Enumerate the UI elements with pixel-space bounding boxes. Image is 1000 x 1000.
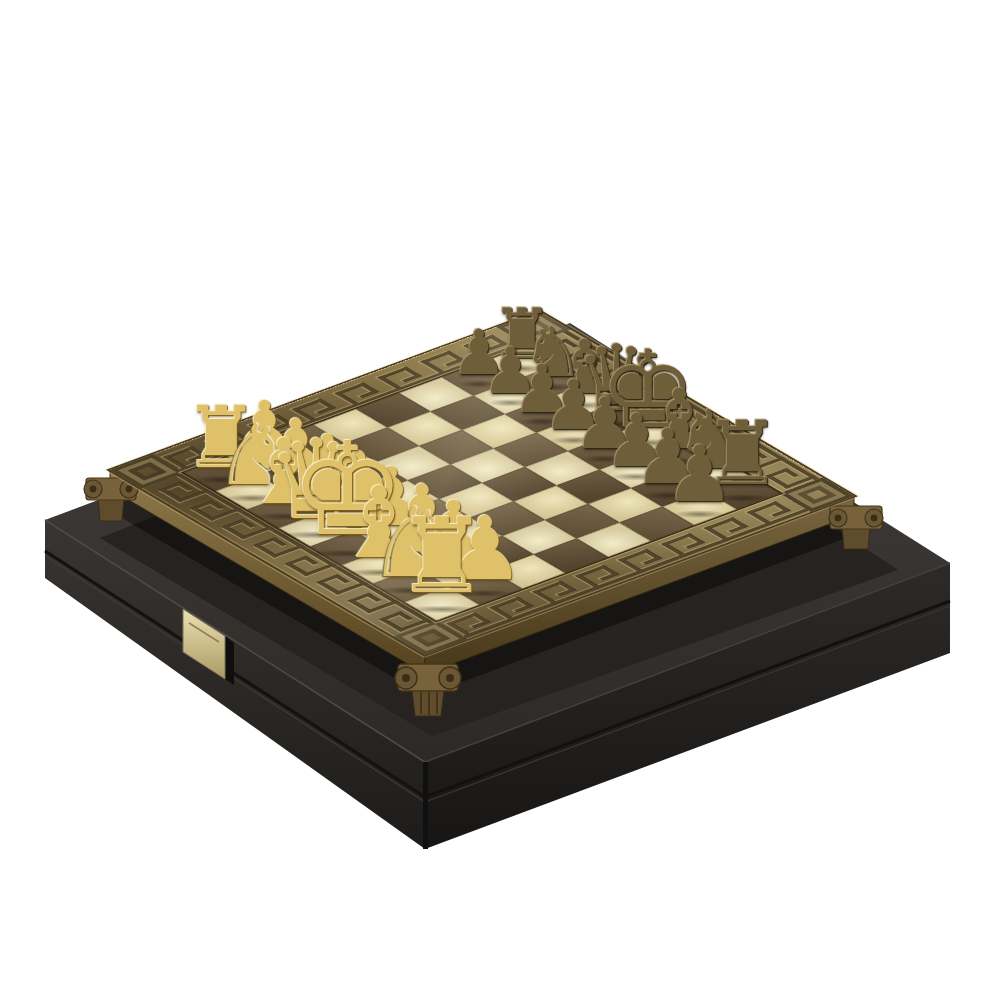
case-corner-edge xyxy=(423,762,428,849)
chess-set-photo: ♜♞♝♛♚♝♞♜♟♟♟♟♟♟♟♟♟♟♟♟♟♟♟♟♜♞♝♛♚♝♞♜ xyxy=(0,0,1000,1000)
latch-shadow xyxy=(225,636,234,685)
